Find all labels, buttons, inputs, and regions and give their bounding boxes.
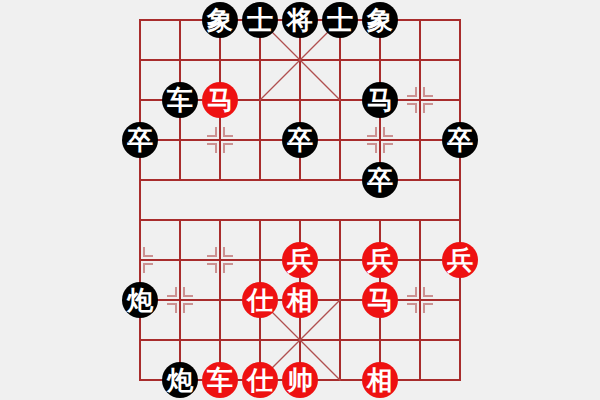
board-intersection[interactable] bbox=[160, 160, 200, 200]
board-intersection[interactable]: 相 bbox=[280, 280, 320, 320]
board-intersection[interactable] bbox=[160, 200, 200, 240]
board-intersection[interactable] bbox=[440, 200, 480, 240]
board-intersection[interactable]: 炮 bbox=[160, 360, 200, 400]
board-intersection[interactable] bbox=[400, 40, 440, 80]
board-intersection[interactable] bbox=[280, 200, 320, 240]
piece-black-soldier[interactable]: 卒 bbox=[122, 122, 158, 158]
board-intersection[interactable] bbox=[120, 0, 160, 40]
board-intersection[interactable] bbox=[200, 280, 240, 320]
piece-red-soldier[interactable]: 兵 bbox=[362, 242, 398, 278]
board-intersection[interactable] bbox=[160, 280, 200, 320]
board-intersection[interactable] bbox=[160, 40, 200, 80]
piece-red-soldier[interactable]: 兵 bbox=[282, 242, 318, 278]
board-intersection[interactable] bbox=[120, 200, 160, 240]
board-intersection[interactable] bbox=[400, 80, 440, 120]
piece-red-chariot[interactable]: 车 bbox=[202, 362, 238, 398]
board-intersection[interactable] bbox=[120, 240, 160, 280]
board-intersection[interactable]: 将 bbox=[280, 0, 320, 40]
board-intersection[interactable] bbox=[120, 360, 160, 400]
board-intersection[interactable] bbox=[400, 0, 440, 40]
board-intersection[interactable]: 象 bbox=[360, 0, 400, 40]
xiangqi-board[interactable]: 象士将士象车马马卒卒卒卒兵兵兵炮仕相马炮车仕帅相 bbox=[120, 0, 480, 400]
board-intersection[interactable] bbox=[400, 160, 440, 200]
board-intersection[interactable]: 兵 bbox=[360, 240, 400, 280]
board-intersection[interactable] bbox=[240, 200, 280, 240]
piece-black-soldier[interactable]: 卒 bbox=[362, 162, 398, 198]
board-intersection[interactable] bbox=[440, 160, 480, 200]
board-intersection[interactable] bbox=[440, 40, 480, 80]
board-intersection[interactable] bbox=[200, 320, 240, 360]
board-intersection[interactable] bbox=[160, 0, 200, 40]
board-intersection[interactable]: 兵 bbox=[280, 240, 320, 280]
board-intersection[interactable]: 帅 bbox=[280, 360, 320, 400]
board-intersection[interactable] bbox=[280, 160, 320, 200]
piece-black-advisor[interactable]: 士 bbox=[322, 2, 358, 38]
board-intersection[interactable] bbox=[280, 320, 320, 360]
board-intersection[interactable] bbox=[240, 80, 280, 120]
board-intersection[interactable] bbox=[440, 320, 480, 360]
board-intersection[interactable] bbox=[400, 200, 440, 240]
piece-black-chariot[interactable]: 车 bbox=[162, 82, 198, 118]
board-intersection[interactable] bbox=[360, 40, 400, 80]
piece-black-elephant[interactable]: 象 bbox=[362, 2, 398, 38]
piece-red-advisor[interactable]: 仕 bbox=[242, 362, 278, 398]
board-intersection[interactable]: 卒 bbox=[120, 120, 160, 160]
board-intersection[interactable]: 马 bbox=[200, 80, 240, 120]
board-intersection[interactable]: 象 bbox=[200, 0, 240, 40]
board-intersection[interactable] bbox=[200, 160, 240, 200]
board-intersection[interactable] bbox=[440, 80, 480, 120]
board-intersection[interactable] bbox=[360, 120, 400, 160]
board-intersection[interactable] bbox=[440, 280, 480, 320]
board-intersection[interactable] bbox=[200, 40, 240, 80]
board-intersection[interactable] bbox=[160, 120, 200, 160]
board-intersection[interactable]: 仕 bbox=[240, 360, 280, 400]
board-intersection[interactable]: 炮 bbox=[120, 280, 160, 320]
board-intersection[interactable] bbox=[360, 320, 400, 360]
board-intersection[interactable] bbox=[200, 200, 240, 240]
board-intersection[interactable] bbox=[320, 280, 360, 320]
board-intersection[interactable] bbox=[160, 240, 200, 280]
board-intersection[interactable]: 车 bbox=[200, 360, 240, 400]
piece-black-elephant[interactable]: 象 bbox=[202, 2, 238, 38]
piece-red-horse[interactable]: 马 bbox=[362, 282, 398, 318]
board-intersection[interactable] bbox=[400, 280, 440, 320]
piece-red-advisor[interactable]: 仕 bbox=[242, 282, 278, 318]
board-intersection[interactable]: 相 bbox=[360, 360, 400, 400]
board-intersection[interactable] bbox=[120, 320, 160, 360]
piece-red-elephant[interactable]: 相 bbox=[282, 282, 318, 318]
piece-red-soldier[interactable]: 兵 bbox=[442, 242, 478, 278]
board-intersection[interactable]: 卒 bbox=[360, 160, 400, 200]
board-intersection[interactable]: 兵 bbox=[440, 240, 480, 280]
piece-black-horse[interactable]: 马 bbox=[362, 82, 398, 118]
board-intersection[interactable]: 卒 bbox=[440, 120, 480, 160]
board-intersection[interactable]: 士 bbox=[320, 0, 360, 40]
board-intersection[interactable] bbox=[360, 200, 400, 240]
board-intersection[interactable] bbox=[200, 120, 240, 160]
board-intersection[interactable] bbox=[240, 240, 280, 280]
board-intersection[interactable] bbox=[120, 40, 160, 80]
board-intersection[interactable] bbox=[440, 0, 480, 40]
piece-black-advisor[interactable]: 士 bbox=[242, 2, 278, 38]
board-intersection[interactable] bbox=[320, 320, 360, 360]
board-intersection[interactable] bbox=[400, 320, 440, 360]
board-intersection[interactable] bbox=[120, 80, 160, 120]
piece-black-soldier[interactable]: 卒 bbox=[282, 122, 318, 158]
board-intersection[interactable]: 马 bbox=[360, 280, 400, 320]
piece-black-soldier[interactable]: 卒 bbox=[442, 122, 478, 158]
piece-red-horse[interactable]: 马 bbox=[202, 82, 238, 118]
board-intersection[interactable] bbox=[160, 320, 200, 360]
board-intersection[interactable] bbox=[320, 200, 360, 240]
piece-black-cannon[interactable]: 炮 bbox=[122, 282, 158, 318]
piece-black-cannon[interactable]: 炮 bbox=[162, 362, 198, 398]
board-intersection[interactable] bbox=[400, 240, 440, 280]
board-intersection[interactable] bbox=[200, 240, 240, 280]
piece-red-king[interactable]: 帅 bbox=[282, 362, 318, 398]
board-intersection[interactable] bbox=[320, 80, 360, 120]
board-intersection[interactable] bbox=[320, 240, 360, 280]
board-intersection[interactable]: 马 bbox=[360, 80, 400, 120]
board-intersection[interactable] bbox=[440, 360, 480, 400]
piece-black-general[interactable]: 将 bbox=[282, 2, 318, 38]
board-intersection[interactable] bbox=[320, 360, 360, 400]
board-intersection[interactable] bbox=[240, 160, 280, 200]
board-intersection[interactable]: 士 bbox=[240, 0, 280, 40]
piece-red-elephant[interactable]: 相 bbox=[362, 362, 398, 398]
board-intersection[interactable]: 仕 bbox=[240, 280, 280, 320]
board-intersection[interactable] bbox=[280, 80, 320, 120]
board-intersection[interactable]: 车 bbox=[160, 80, 200, 120]
board-intersection[interactable] bbox=[120, 160, 160, 200]
board-intersection[interactable] bbox=[240, 320, 280, 360]
board-intersection[interactable] bbox=[240, 40, 280, 80]
board-intersection[interactable] bbox=[400, 120, 440, 160]
xiangqi-screen: 象士将士象车马马卒卒卒卒兵兵兵炮仕相马炮车仕帅相 bbox=[0, 0, 600, 400]
board-intersection[interactable] bbox=[240, 120, 280, 160]
board-intersection[interactable]: 卒 bbox=[280, 120, 320, 160]
board-intersection[interactable] bbox=[320, 40, 360, 80]
board-intersection[interactable] bbox=[400, 360, 440, 400]
board-intersection[interactable] bbox=[320, 120, 360, 160]
board-intersection[interactable] bbox=[320, 160, 360, 200]
board-intersection[interactable] bbox=[280, 40, 320, 80]
